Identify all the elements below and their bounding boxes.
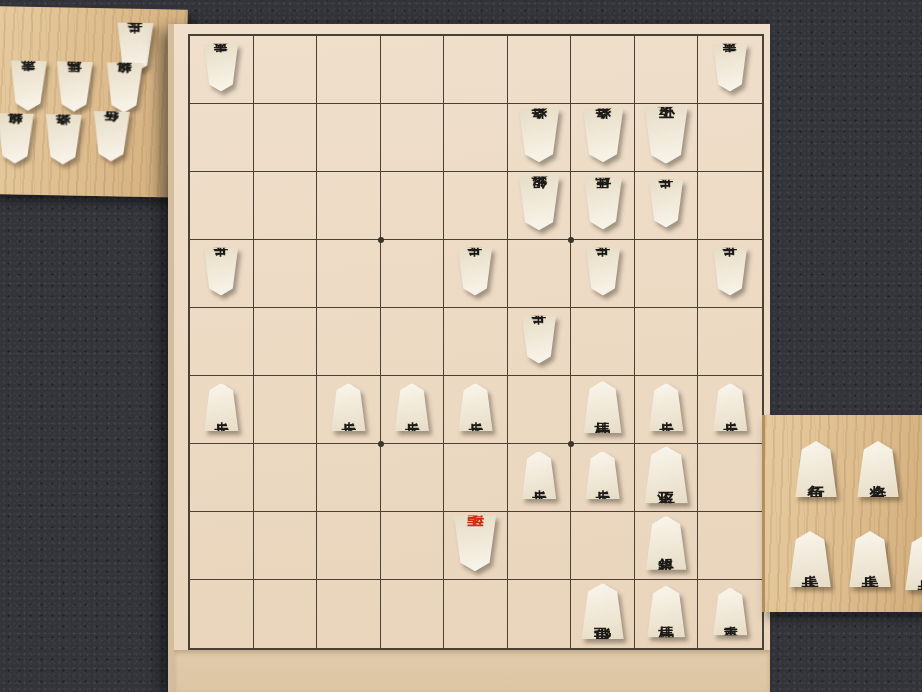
board-square-6h[interactable] — [381, 512, 445, 580]
board-square-8b[interactable] — [254, 104, 318, 172]
board-square-2f[interactable]: 歩兵 — [635, 376, 699, 444]
board-square-5f[interactable]: 歩兵 — [444, 376, 508, 444]
piece-body: 香車 — [8, 60, 49, 111]
piece-kanji: 香車 — [21, 84, 36, 88]
piece-pawn[interactable]: 歩兵 — [202, 247, 240, 295]
piece-kanji: 歩兵 — [595, 269, 610, 273]
piece-body: 歩兵 — [787, 531, 833, 587]
piece-kanji: 歩兵 — [214, 405, 229, 409]
board-square-7d[interactable] — [317, 240, 381, 308]
board-square-7g[interactable] — [317, 444, 381, 512]
piece-body: 香車 — [711, 43, 749, 91]
board-square-1h[interactable] — [698, 512, 762, 580]
piece-bishop[interactable]: 角行 — [793, 441, 839, 497]
board-square-2g[interactable]: 玉将 — [635, 444, 699, 512]
board-square-5e[interactable] — [444, 308, 508, 376]
piece-pawn[interactable]: 歩兵 — [903, 534, 922, 590]
piece-body: 銀将 — [517, 176, 562, 230]
board-square-7c[interactable] — [317, 172, 381, 240]
piece-pawn[interactable]: 歩兵 — [711, 247, 749, 295]
board-square-9i[interactable] — [190, 580, 254, 648]
board-square-6b[interactable] — [381, 104, 445, 172]
board-square-9e[interactable] — [190, 308, 254, 376]
board-square-2a[interactable] — [635, 36, 699, 104]
board-square-5a[interactable] — [444, 36, 508, 104]
piece-kanji: 銀将 — [531, 201, 547, 205]
board-square-3i[interactable]: 飛車 — [571, 580, 635, 648]
piece-body: 歩兵 — [584, 247, 622, 295]
board-square-7b[interactable] — [317, 104, 381, 172]
board-square-8e[interactable] — [254, 308, 318, 376]
piece-pawn[interactable]: 歩兵 — [584, 247, 622, 295]
piece-gold[interactable]: 金将 — [580, 108, 625, 162]
board-square-1f[interactable]: 歩兵 — [698, 376, 762, 444]
piece-body: 歩兵 — [903, 534, 922, 590]
piece-pawn[interactable]: 歩兵 — [456, 247, 494, 295]
board-square-3c[interactable]: 桂馬 — [571, 172, 635, 240]
piece-kanji: 歩兵 — [468, 405, 483, 409]
board-square-6e[interactable] — [381, 308, 445, 376]
board-square-8a[interactable] — [254, 36, 318, 104]
piece-kanji: 角行 — [104, 134, 119, 138]
board-square-7h[interactable] — [317, 512, 381, 580]
piece-kanji: 歩兵 — [723, 269, 738, 273]
board-square-4i[interactable] — [508, 580, 572, 648]
piece-body: 歩兵 — [456, 383, 494, 431]
piece-knight[interactable]: 桂馬 — [582, 381, 624, 433]
board-square-4f[interactable] — [508, 376, 572, 444]
board-square-4g[interactable]: 歩兵 — [508, 444, 572, 512]
board-square-9g[interactable] — [190, 444, 254, 512]
piece-kanji: 銀将 — [8, 136, 23, 140]
board-square-4h[interactable] — [508, 512, 572, 580]
board-square-5h[interactable]: 龍王 — [444, 512, 508, 580]
board-square-2e[interactable] — [635, 308, 699, 376]
board-square-3b[interactable]: 金将 — [571, 104, 635, 172]
piece-kanji: 銀将 — [117, 86, 132, 90]
piece-body: 銀将 — [644, 516, 689, 570]
board-square-2d[interactable] — [635, 240, 699, 308]
board-square-6d[interactable] — [381, 240, 445, 308]
piece-gold[interactable]: 金将 — [517, 108, 562, 162]
piece-knight[interactable]: 桂馬 — [582, 177, 624, 229]
board-square-9c[interactable] — [190, 172, 254, 240]
piece-kanji: 桂馬 — [595, 405, 611, 409]
board-square-8d[interactable] — [254, 240, 318, 308]
piece-gold[interactable]: 金将 — [855, 441, 901, 497]
board-square-2b[interactable]: 玉将 — [635, 104, 699, 172]
board-square-9d[interactable]: 歩兵 — [190, 240, 254, 308]
board-square-3d[interactable]: 歩兵 — [571, 240, 635, 308]
board-square-2h[interactable]: 銀将 — [635, 512, 699, 580]
piece-kanji: 歩兵 — [595, 473, 610, 477]
piece-body: 金将 — [855, 441, 901, 497]
piece-silver[interactable]: 銀将 — [0, 113, 36, 164]
board-square-7i[interactable] — [317, 580, 381, 648]
board-square-5g[interactable] — [444, 444, 508, 512]
board-square-8g[interactable] — [254, 444, 318, 512]
piece-pawn[interactable]: 歩兵 — [787, 531, 833, 587]
piece-body: 桂馬 — [582, 177, 624, 229]
board-square-8f[interactable] — [254, 376, 318, 444]
piece-body: 香車 — [711, 588, 749, 636]
piece-lance[interactable]: 香車 — [202, 43, 240, 91]
piece-kanji: 桂馬 — [595, 201, 611, 205]
piece-king[interactable]: 玉将 — [642, 106, 690, 163]
piece-kanji: 玉将 — [657, 133, 675, 137]
piece-kanji: 歩兵 — [659, 201, 674, 205]
piece-body: 銀将 — [104, 62, 145, 113]
piece-pawn[interactable]: 歩兵 — [202, 383, 240, 431]
board-square-8c[interactable] — [254, 172, 318, 240]
board-square-5c[interactable] — [444, 172, 508, 240]
gote-piece-stand: 歩兵香車桂馬銀将銀将金将角行 — [0, 6, 188, 198]
board-square-1a[interactable]: 香車 — [698, 36, 762, 104]
piece-pawn[interactable]: 歩兵 — [329, 383, 367, 431]
piece-pawn[interactable]: 歩兵 — [847, 531, 893, 587]
board-square-6c[interactable] — [381, 172, 445, 240]
piece-kanji: 歩兵 — [723, 405, 738, 409]
board-square-5b[interactable] — [444, 104, 508, 172]
piece-kanji: 香車 — [723, 65, 738, 69]
piece-pawn[interactable]: 歩兵 — [520, 315, 558, 363]
piece-kanji: 金将 — [56, 137, 71, 141]
piece-kanji: 歩兵 — [918, 560, 922, 564]
board-square-6a[interactable] — [381, 36, 445, 104]
piece-kanji: 金将 — [870, 467, 887, 471]
piece-kanji: 龍王 — [466, 541, 484, 545]
board-square-1b[interactable] — [698, 104, 762, 172]
piece-body: 歩兵 — [711, 383, 749, 431]
board-square-4b[interactable]: 金将 — [508, 104, 572, 172]
piece-body: 香車 — [202, 43, 240, 91]
star-point — [378, 441, 384, 447]
piece-body: 歩兵 — [520, 451, 558, 499]
piece-body: 歩兵 — [202, 383, 240, 431]
piece-silver[interactable]: 銀将 — [644, 516, 689, 570]
piece-body: 歩兵 — [393, 383, 431, 431]
board-square-7e[interactable] — [317, 308, 381, 376]
piece-kanji: 銀将 — [658, 541, 674, 545]
board-square-1d[interactable]: 歩兵 — [698, 240, 762, 308]
piece-kanji: 歩兵 — [128, 46, 143, 50]
piece-knight[interactable]: 桂馬 — [645, 585, 687, 637]
piece-pawn[interactable]: 歩兵 — [584, 451, 622, 499]
shogi-board: 香車香車金将金将玉将銀将桂馬歩兵歩兵歩兵歩兵歩兵歩兵歩兵歩兵歩兵歩兵桂馬歩兵歩兵… — [168, 24, 770, 692]
board-square-9b[interactable] — [190, 104, 254, 172]
piece-kanji: 歩兵 — [659, 405, 674, 409]
piece-body: 歩兵 — [847, 531, 893, 587]
piece-kanji: 歩兵 — [532, 337, 547, 341]
board-square-8i[interactable] — [254, 580, 318, 648]
piece-kanji: 角行 — [808, 467, 825, 471]
board-square-4c[interactable]: 銀将 — [508, 172, 572, 240]
piece-lance[interactable]: 香車 — [711, 43, 749, 91]
board-square-5d[interactable]: 歩兵 — [444, 240, 508, 308]
piece-knight[interactable]: 桂馬 — [54, 61, 95, 112]
piece-body: 歩兵 — [711, 247, 749, 295]
piece-silver[interactable]: 銀将 — [104, 62, 145, 113]
piece-kanji: 歩兵 — [341, 405, 356, 409]
piece-kanji: 桂馬 — [658, 609, 674, 613]
piece-body: 歩兵 — [329, 383, 367, 431]
piece-silver[interactable]: 銀将 — [517, 176, 562, 230]
piece-lance[interactable]: 香車 — [8, 60, 49, 111]
piece-body: 玉将 — [642, 446, 690, 503]
sente-piece-stand: 角行金将歩兵歩兵歩兵 — [762, 415, 922, 612]
board-square-3g[interactable]: 歩兵 — [571, 444, 635, 512]
piece-body: 龍王 — [452, 515, 499, 571]
piece-body: 角行 — [91, 111, 132, 162]
piece-body: 角行 — [793, 441, 839, 497]
board-square-3a[interactable] — [571, 36, 635, 104]
piece-lance[interactable]: 香車 — [711, 588, 749, 636]
piece-body: 玉将 — [642, 106, 690, 163]
board-square-6f[interactable]: 歩兵 — [381, 376, 445, 444]
piece-kanji: 金将 — [531, 133, 547, 137]
piece-body: 歩兵 — [647, 179, 685, 227]
board-square-1e[interactable] — [698, 308, 762, 376]
piece-body: 金将 — [580, 108, 625, 162]
piece-gold[interactable]: 金将 — [43, 114, 84, 165]
piece-body: 歩兵 — [647, 383, 685, 431]
piece-kanji: 歩兵 — [802, 557, 819, 561]
piece-rook[interactable]: 飛車 — [579, 583, 626, 639]
board-square-7f[interactable]: 歩兵 — [317, 376, 381, 444]
piece-pawn[interactable]: 歩兵 — [456, 383, 494, 431]
piece-pawn[interactable]: 歩兵 — [647, 179, 685, 227]
piece-pawn[interactable]: 歩兵 — [520, 451, 558, 499]
star-point — [378, 237, 384, 243]
board-square-3h[interactable] — [571, 512, 635, 580]
board-square-4e[interactable]: 歩兵 — [508, 308, 572, 376]
board-square-1c[interactable] — [698, 172, 762, 240]
board-square-2c[interactable]: 歩兵 — [635, 172, 699, 240]
board-square-4a[interactable] — [508, 36, 572, 104]
piece-body: 歩兵 — [202, 247, 240, 295]
piece-bishop[interactable]: 角行 — [91, 111, 132, 162]
board-square-9a[interactable]: 香車 — [190, 36, 254, 104]
board-square-1g[interactable] — [698, 444, 762, 512]
piece-kanji: 香車 — [723, 610, 738, 614]
piece-body: 桂馬 — [54, 61, 95, 112]
board-square-4d[interactable] — [508, 240, 572, 308]
piece-body: 歩兵 — [456, 247, 494, 295]
piece-kanji: 歩兵 — [468, 269, 483, 273]
piece-king[interactable]: 玉将 — [642, 446, 690, 503]
board-square-9f[interactable]: 歩兵 — [190, 376, 254, 444]
piece-dragon-king[interactable]: 龍王 — [452, 515, 499, 571]
piece-kanji: 歩兵 — [404, 405, 419, 409]
board-square-3f[interactable]: 桂馬 — [571, 376, 635, 444]
piece-kanji: 歩兵 — [862, 557, 879, 561]
piece-body: 銀将 — [0, 113, 36, 164]
board-square-9h[interactable] — [190, 512, 254, 580]
piece-kanji: 香車 — [214, 65, 229, 69]
piece-kanji: 歩兵 — [214, 269, 229, 273]
board-square-6i[interactable] — [381, 580, 445, 648]
piece-pawn[interactable]: 歩兵 — [393, 383, 431, 431]
board-square-8h[interactable] — [254, 512, 318, 580]
board-square-3e[interactable] — [571, 308, 635, 376]
piece-kanji: 桂馬 — [67, 85, 82, 89]
piece-pawn[interactable]: 歩兵 — [647, 383, 685, 431]
board-grid: 香車香車金将金将玉将銀将桂馬歩兵歩兵歩兵歩兵歩兵歩兵歩兵歩兵歩兵歩兵桂馬歩兵歩兵… — [188, 34, 764, 650]
board-square-6g[interactable] — [381, 444, 445, 512]
piece-body: 桂馬 — [582, 381, 624, 433]
board-front-edge — [174, 650, 770, 692]
piece-body: 桂馬 — [645, 585, 687, 637]
piece-body: 歩兵 — [520, 315, 558, 363]
board-square-5i[interactable] — [444, 580, 508, 648]
board-square-7a[interactable] — [317, 36, 381, 104]
piece-body: 金将 — [43, 114, 84, 165]
piece-kanji: 歩兵 — [532, 473, 547, 477]
board-square-2i[interactable]: 桂馬 — [635, 580, 699, 648]
piece-body: 金将 — [517, 108, 562, 162]
piece-pawn[interactable]: 歩兵 — [711, 383, 749, 431]
piece-kanji: 金将 — [595, 133, 611, 137]
piece-body: 飛車 — [579, 583, 626, 639]
piece-kanji: 飛車 — [594, 609, 612, 613]
piece-body: 歩兵 — [584, 451, 622, 499]
board-square-1i[interactable]: 香車 — [698, 580, 762, 648]
desk-background: 歩兵香車桂馬銀将銀将金将角行 香車香車金将金将玉将銀将桂馬歩兵歩兵歩兵歩兵歩兵歩… — [0, 0, 922, 692]
piece-kanji: 玉将 — [657, 473, 675, 477]
